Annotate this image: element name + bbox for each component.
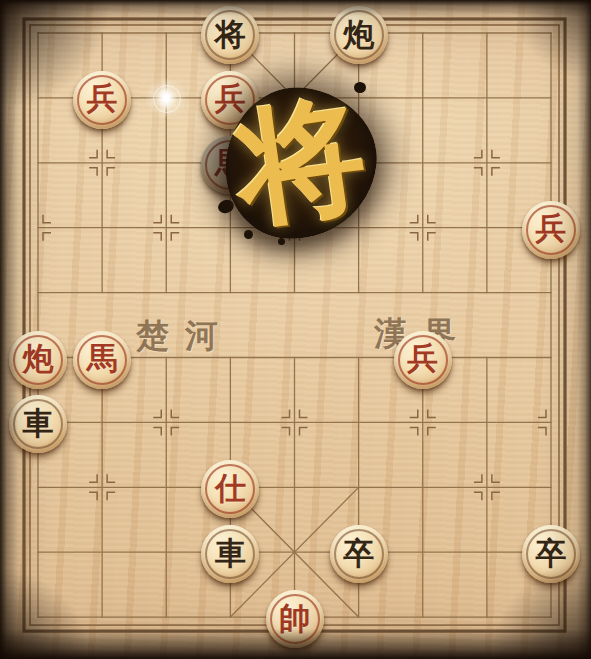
xiangqi-board[interactable]: 楚河 漢界 将炮兵兵馬兵炮馬兵車仕車卒卒帥 将	[0, 0, 591, 659]
piece-兵-red[interactable]: 兵	[394, 331, 452, 389]
piece-兵-red[interactable]: 兵	[522, 201, 580, 259]
piece-炮-black[interactable]: 炮	[330, 6, 388, 64]
piece-兵-red[interactable]: 兵	[201, 71, 259, 129]
piece-卒-black[interactable]: 卒	[330, 525, 388, 583]
piece-車-black[interactable]: 車	[9, 395, 67, 453]
piece-馬-red[interactable]: 馬	[73, 331, 131, 389]
piece-馬-red[interactable]: 馬	[201, 136, 259, 194]
piece-帥-red[interactable]: 帥	[266, 590, 324, 648]
piece-炮-red[interactable]: 炮	[9, 331, 67, 389]
piece-卒-black[interactable]: 卒	[522, 525, 580, 583]
piece-将-black[interactable]: 将	[201, 6, 259, 64]
piece-兵-red[interactable]: 兵	[73, 71, 131, 129]
river-label-chu-he: 楚河	[136, 314, 234, 359]
